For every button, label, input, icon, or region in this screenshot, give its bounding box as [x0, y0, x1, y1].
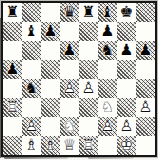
square-e8 [79, 3, 98, 22]
square-e7 [79, 22, 98, 41]
square-c1 [41, 136, 60, 155]
square-a4 [3, 79, 22, 98]
square-h7 [136, 22, 155, 41]
square-a2 [3, 117, 22, 136]
black-pawn-g6 [117, 41, 136, 60]
white-pawn-h3 [136, 98, 155, 117]
square-b2 [22, 117, 41, 136]
white-pawn-e4 [79, 79, 98, 98]
print-smudge [88, 156, 134, 159]
square-b5 [22, 60, 41, 79]
square-d5 [60, 60, 79, 79]
black-pawn-d6 [60, 41, 79, 60]
square-h8 [136, 3, 155, 22]
square-d4 [60, 79, 79, 98]
white-bishop-c1 [41, 136, 60, 155]
black-king-g8 [117, 3, 136, 22]
white-pawn-b2 [22, 117, 41, 136]
square-d1 [60, 136, 79, 155]
square-c6 [41, 41, 60, 60]
square-b7 [22, 22, 41, 41]
black-bishop-f8 [98, 3, 117, 22]
square-g2 [117, 117, 136, 136]
white-knight-f3 [98, 98, 117, 117]
square-f7 [98, 22, 117, 41]
square-b1 [22, 136, 41, 155]
square-g1 [117, 136, 136, 155]
square-h4 [136, 79, 155, 98]
square-b6 [22, 41, 41, 60]
black-pawn-h6 [136, 41, 155, 60]
black-rook-e8 [79, 3, 98, 22]
square-h5 [136, 60, 155, 79]
white-rook-a3 [3, 98, 22, 117]
square-h2 [136, 117, 155, 136]
black-knight-f6 [98, 41, 117, 60]
square-f6 [98, 41, 117, 60]
square-a6 [3, 41, 22, 60]
square-e6 [79, 41, 98, 60]
square-c5 [41, 60, 60, 79]
square-f4 [98, 79, 117, 98]
square-d7 [60, 22, 79, 41]
square-e1 [79, 136, 98, 155]
white-pawn-g2 [117, 117, 136, 136]
square-a5 [3, 60, 22, 79]
square-h3 [136, 98, 155, 117]
square-b4 [22, 79, 41, 98]
square-d2 [60, 117, 79, 136]
scan-edge-artifact [0, 18, 1, 158]
square-g3 [117, 98, 136, 117]
chess-board [3, 3, 155, 155]
black-pawn-c7 [41, 22, 60, 41]
black-rook-a8 [3, 3, 22, 22]
square-f8 [98, 3, 117, 22]
white-queen-d1 [60, 136, 79, 155]
square-d8 [60, 3, 79, 22]
square-c7 [41, 22, 60, 41]
board-frame [1, 1, 157, 157]
square-e2 [79, 117, 98, 136]
print-smudge [4, 156, 68, 159]
square-h1 [136, 136, 155, 155]
square-g6 [117, 41, 136, 60]
square-f3 [98, 98, 117, 117]
square-f5 [98, 60, 117, 79]
white-king-g1 [117, 136, 136, 155]
black-bishop-b7 [22, 22, 41, 41]
square-c4 [41, 79, 60, 98]
square-b8 [22, 3, 41, 22]
black-queen-d8 [60, 3, 79, 22]
white-pawn-d4 [60, 79, 79, 98]
black-knight-b4 [22, 79, 41, 98]
square-g8 [117, 3, 136, 22]
square-a8 [3, 3, 22, 22]
square-g4 [117, 79, 136, 98]
square-d6 [60, 41, 79, 60]
square-f1 [98, 136, 117, 155]
square-e4 [79, 79, 98, 98]
white-pawn-f2 [98, 117, 117, 136]
square-d3 [60, 98, 79, 117]
black-pawn-f7 [98, 22, 117, 41]
square-e5 [79, 60, 98, 79]
square-g5 [117, 60, 136, 79]
square-e3 [79, 98, 98, 117]
white-knight-d2 [60, 117, 79, 136]
white-bishop-b1 [22, 136, 41, 155]
square-a3 [3, 98, 22, 117]
white-rook-e1 [79, 136, 98, 155]
square-h6 [136, 41, 155, 60]
square-c8 [41, 3, 60, 22]
chess-diagram-scan [0, 0, 158, 160]
square-a1 [3, 136, 22, 155]
square-f2 [98, 117, 117, 136]
square-b3 [22, 98, 41, 117]
square-c3 [41, 98, 60, 117]
square-a7 [3, 22, 22, 41]
square-g7 [117, 22, 136, 41]
black-pawn-a5 [3, 60, 22, 79]
square-c2 [41, 117, 60, 136]
